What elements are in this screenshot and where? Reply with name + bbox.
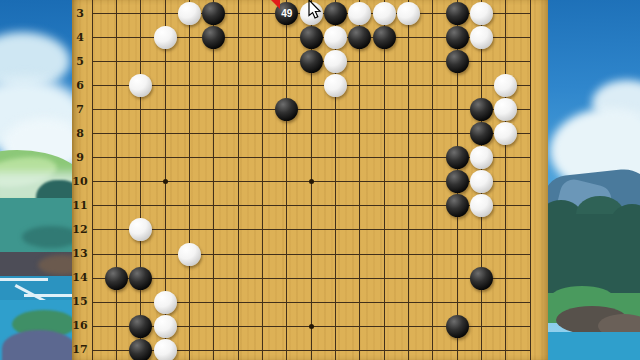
move-number: 49	[275, 2, 298, 25]
row-label: 3	[72, 7, 88, 20]
stone-black-c16-r11	[446, 194, 469, 217]
stone-white-c5-r13	[178, 243, 201, 266]
grid-vline	[408, 0, 409, 360]
stone-white-c4-r16	[154, 315, 177, 338]
stone-black-c9-r3: 49	[275, 2, 298, 25]
stone-black-c16-r10	[446, 170, 469, 193]
stone-white-c14-r3	[397, 2, 420, 25]
stone-black-c10-r5	[300, 50, 323, 73]
mound-left	[2, 330, 76, 360]
water-line-1	[0, 278, 48, 281]
row-label: 15	[72, 295, 88, 308]
star-point	[309, 179, 314, 184]
stone-black-c6-r3	[202, 2, 225, 25]
water-right	[545, 332, 640, 360]
stone-black-c12-r4	[348, 26, 371, 49]
stone-black-c16-r16	[446, 315, 469, 338]
stone-white-c18-r8	[494, 122, 517, 145]
stone-white-c4-r4	[154, 26, 177, 49]
stone-black-c3-r16	[129, 315, 152, 338]
stone-white-c18-r6	[494, 74, 517, 97]
row-label: 16	[72, 319, 88, 332]
grid-hline	[92, 85, 531, 86]
stone-black-c2-r14	[105, 267, 128, 290]
stone-black-c16-r3	[446, 2, 469, 25]
grid-vline	[286, 0, 287, 360]
grid-vline	[238, 0, 239, 360]
mouse-cursor	[307, 0, 323, 22]
grid-vline	[213, 0, 214, 360]
star-point	[163, 179, 168, 184]
row-label: 11	[72, 199, 88, 212]
stone-white-c3-r12	[129, 218, 152, 241]
stone-white-c4-r15	[154, 291, 177, 314]
stone-black-c16-r5	[446, 50, 469, 73]
stone-white-c12-r3	[348, 2, 371, 25]
stone-white-c17-r10	[470, 170, 493, 193]
grid-vline	[116, 0, 117, 360]
row-label: 12	[72, 223, 88, 236]
stone-black-c16-r9	[446, 146, 469, 169]
grid-hline	[92, 109, 531, 110]
stone-white-c17-r4	[470, 26, 493, 49]
star-point	[309, 324, 314, 329]
grid-vline	[384, 0, 385, 360]
stone-white-c17-r3	[470, 2, 493, 25]
stone-black-c17-r14	[470, 267, 493, 290]
stone-black-c10-r4	[300, 26, 323, 49]
stone-white-c3-r6	[129, 74, 152, 97]
row-label: 17	[72, 343, 88, 356]
grid-vline	[92, 0, 93, 360]
stone-white-c11-r4	[324, 26, 347, 49]
row-label: 14	[72, 271, 88, 284]
row-label: 7	[72, 103, 88, 116]
row-label: 8	[72, 127, 88, 140]
row-label: 10	[72, 175, 88, 188]
grid-vline	[359, 0, 360, 360]
grid-vline	[530, 0, 531, 360]
grid-vline	[140, 0, 141, 360]
grid-vline	[262, 0, 263, 360]
stone-black-c11-r3	[324, 2, 347, 25]
stone-white-c17-r9	[470, 146, 493, 169]
stone-black-c3-r14	[129, 267, 152, 290]
go-board[interactable]: 34567891011121314151617 49	[72, 0, 548, 360]
stone-black-c16-r4	[446, 26, 469, 49]
grid-vline	[505, 0, 506, 360]
stone-black-c17-r7	[470, 98, 493, 121]
stone-black-c9-r7	[275, 98, 298, 121]
grid-vline	[432, 0, 433, 360]
stone-white-c17-r11	[470, 194, 493, 217]
grid-hline	[92, 133, 531, 134]
grid-vline	[189, 0, 190, 360]
stone-white-c11-r6	[324, 74, 347, 97]
stone-white-c4-r17	[154, 339, 177, 360]
grid-hline	[92, 229, 531, 230]
grid-hline	[92, 278, 531, 279]
row-label: 5	[72, 55, 88, 68]
stone-white-c18-r7	[494, 98, 517, 121]
screen: 34567891011121314151617 49	[0, 0, 640, 360]
stone-black-c17-r8	[470, 122, 493, 145]
stone-white-c11-r5	[324, 50, 347, 73]
row-label: 9	[72, 151, 88, 164]
stone-white-c13-r3	[373, 2, 396, 25]
row-label: 4	[72, 31, 88, 44]
stone-black-c3-r17	[129, 339, 152, 360]
stone-white-c5-r3	[178, 2, 201, 25]
grid-hline	[92, 254, 531, 255]
row-label: 13	[72, 247, 88, 260]
row-label: 6	[72, 79, 88, 92]
stone-black-c13-r4	[373, 26, 396, 49]
stone-black-c6-r4	[202, 26, 225, 49]
